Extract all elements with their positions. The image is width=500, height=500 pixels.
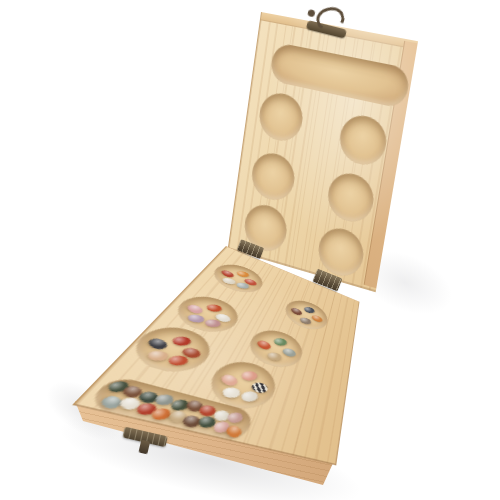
gem-stone[interactable] bbox=[171, 336, 192, 346]
gem-stone[interactable] bbox=[267, 352, 281, 362]
pit-lid-1[interactable] bbox=[257, 89, 306, 145]
gem-stone[interactable] bbox=[272, 338, 288, 346]
gem-stone[interactable] bbox=[255, 339, 273, 351]
gem-stone[interactable] bbox=[235, 271, 250, 277]
gem-stone[interactable] bbox=[299, 317, 311, 325]
gem-stone[interactable] bbox=[205, 304, 222, 311]
gem-stone[interactable] bbox=[145, 337, 171, 352]
gem-stone[interactable] bbox=[239, 370, 258, 381]
mancala-product-photo bbox=[0, 0, 500, 500]
pit-lid-4[interactable] bbox=[337, 111, 390, 169]
gem-stone[interactable] bbox=[227, 411, 244, 423]
gem-stone[interactable] bbox=[281, 347, 296, 358]
pit-lid-5[interactable] bbox=[325, 169, 377, 227]
pit-base-1[interactable] bbox=[206, 259, 267, 298]
pit-lid-2[interactable] bbox=[249, 149, 297, 205]
gem-stone[interactable] bbox=[223, 387, 241, 398]
gem-stone[interactable] bbox=[311, 314, 323, 323]
gem-stone[interactable] bbox=[290, 307, 304, 317]
pit-base-4[interactable] bbox=[281, 295, 330, 334]
gem-stone[interactable] bbox=[219, 373, 241, 388]
clasp-knob bbox=[307, 9, 315, 17]
gem-stone[interactable] bbox=[151, 408, 171, 421]
gem-stone[interactable] bbox=[223, 277, 237, 286]
gem-stone[interactable] bbox=[147, 350, 170, 362]
gem-stone[interactable] bbox=[188, 313, 206, 323]
latch-tab bbox=[138, 440, 150, 455]
gem-stone[interactable] bbox=[302, 307, 315, 313]
